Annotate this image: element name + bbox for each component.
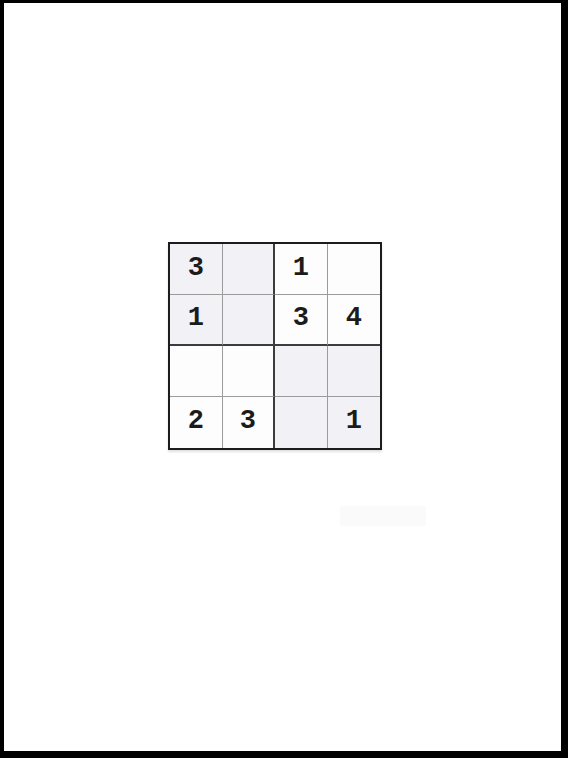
scan-artifact (340, 506, 426, 526)
cell-r1c1[interactable]: 3 (170, 244, 223, 295)
given-digit: 1 (188, 305, 204, 332)
cell-r4c1[interactable]: 2 (170, 397, 223, 448)
given-digit: 3 (188, 255, 204, 282)
cell-r3c4[interactable] (328, 346, 381, 397)
scanned-worksheet-page: { "game": "sudoku-4x4", "position": "301… (0, 0, 568, 758)
worksheet-page: 31134231 (4, 3, 561, 751)
given-digit: 1 (293, 255, 309, 282)
given-digit: 3 (240, 408, 256, 435)
cell-r4c4[interactable]: 1 (328, 397, 381, 448)
cell-r3c1[interactable] (170, 346, 223, 397)
given-digit: 2 (188, 408, 204, 435)
given-digit: 1 (346, 408, 362, 435)
cell-r2c3[interactable]: 3 (275, 295, 328, 346)
cell-r1c4[interactable] (328, 244, 381, 295)
sudoku-board: 31134231 (168, 242, 382, 450)
cell-r3c2[interactable] (223, 346, 276, 397)
cell-r3c3[interactable] (275, 346, 328, 397)
cell-r4c3[interactable] (275, 397, 328, 448)
cell-r4c2[interactable]: 3 (223, 397, 276, 448)
cell-r1c2[interactable] (223, 244, 276, 295)
cell-r2c1[interactable]: 1 (170, 295, 223, 346)
given-digit: 3 (293, 305, 309, 332)
cell-r1c3[interactable]: 1 (275, 244, 328, 295)
cell-r2c2[interactable] (223, 295, 276, 346)
given-digit: 4 (346, 305, 362, 332)
cell-r2c4[interactable]: 4 (328, 295, 381, 346)
